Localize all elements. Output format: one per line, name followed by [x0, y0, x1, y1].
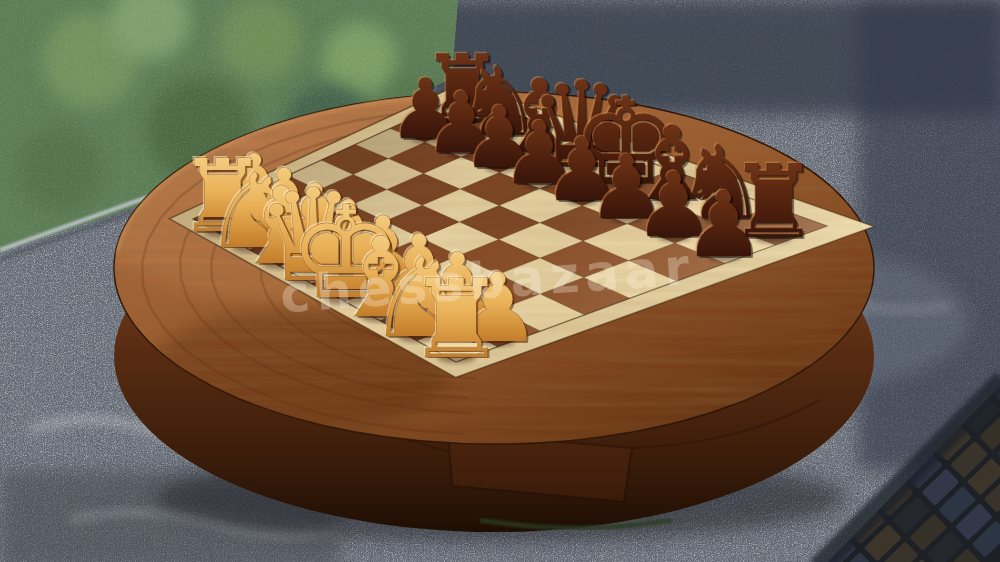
product-photo-stage: ♜♜♜♞♞♞♟♟♟♝♝♝♟♟♟♛♛♛♟♟♟♚♚♚♟♟♟♝♝♝♟♟♟♟♟♟♟♟♟♞… — [0, 0, 1000, 562]
scene-svg: ♜♜♜♞♞♞♟♟♟♝♝♝♟♟♟♛♛♛♟♟♟♚♚♚♟♟♟♝♝♝♟♟♟♟♟♟♟♟♟♞… — [0, 0, 1000, 562]
piece-black-pawn-h7: ♟♟♟ — [682, 171, 766, 279]
svg-text:♟: ♟ — [684, 173, 765, 277]
